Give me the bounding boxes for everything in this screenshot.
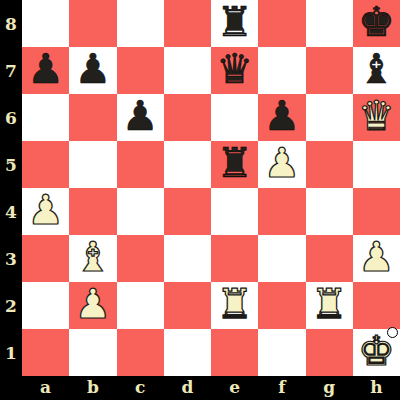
white-rook: ♜ — [311, 284, 348, 325]
square-f1 — [258, 329, 305, 376]
square-g4 — [306, 188, 353, 235]
file-label-e: e — [211, 376, 258, 400]
square-a3 — [22, 235, 69, 282]
square-b3: ♝ — [69, 235, 116, 282]
white-queen: ♛ — [358, 96, 395, 137]
rank-label-5: 5 — [0, 141, 22, 188]
square-a4: ♟ — [22, 188, 69, 235]
square-a2 — [22, 282, 69, 329]
square-e4 — [211, 188, 258, 235]
black-rook: ♜ — [216, 143, 253, 184]
square-e3 — [211, 235, 258, 282]
square-g7 — [306, 47, 353, 94]
square-c4 — [117, 188, 164, 235]
square-h1: ♚ — [353, 329, 400, 376]
file-label-b: b — [69, 376, 116, 400]
square-b7: ♟ — [69, 47, 116, 94]
black-pawn: ♟ — [74, 49, 111, 90]
white-pawn: ♟ — [263, 143, 300, 184]
square-f4 — [258, 188, 305, 235]
square-h7: ♝ — [353, 47, 400, 94]
file-label-g: g — [306, 376, 353, 400]
rank-labels: 87654321 — [0, 0, 22, 376]
square-d2 — [164, 282, 211, 329]
white-pawn: ♟ — [27, 190, 64, 231]
square-e8: ♜ — [211, 0, 258, 47]
square-f8 — [258, 0, 305, 47]
rank-label-3: 3 — [0, 235, 22, 282]
square-h6: ♛ — [353, 94, 400, 141]
square-b5 — [69, 141, 116, 188]
square-b2: ♟ — [69, 282, 116, 329]
square-c3 — [117, 235, 164, 282]
chess-board-diagram: 87654321 ♜♚♟♟♛♝♟♟♛♜♟♟♝♟♟♜♜♚ abcdefgh — [0, 0, 400, 400]
square-b8 — [69, 0, 116, 47]
square-g6 — [306, 94, 353, 141]
square-a1 — [22, 329, 69, 376]
square-f2 — [258, 282, 305, 329]
file-label-c: c — [117, 376, 164, 400]
square-c1 — [117, 329, 164, 376]
black-pawn: ♟ — [122, 96, 159, 137]
file-labels: abcdefgh — [22, 376, 400, 400]
white-pawn: ♟ — [74, 284, 111, 325]
file-label-d: d — [164, 376, 211, 400]
square-g5 — [306, 141, 353, 188]
black-rook: ♜ — [216, 2, 253, 43]
square-e2: ♜ — [211, 282, 258, 329]
square-d5 — [164, 141, 211, 188]
black-pawn: ♟ — [263, 96, 300, 137]
white-bishop: ♝ — [74, 237, 111, 278]
square-d4 — [164, 188, 211, 235]
chess-board: ♜♚♟♟♛♝♟♟♛♜♟♟♝♟♟♜♜♚ — [22, 0, 400, 376]
square-c2 — [117, 282, 164, 329]
square-g2: ♜ — [306, 282, 353, 329]
white-pawn: ♟ — [358, 237, 395, 278]
square-e5: ♜ — [211, 141, 258, 188]
file-label-f: f — [258, 376, 305, 400]
square-b6 — [69, 94, 116, 141]
square-h5 — [353, 141, 400, 188]
rank-label-7: 7 — [0, 47, 22, 94]
rank-label-6: 6 — [0, 94, 22, 141]
square-d7 — [164, 47, 211, 94]
file-label-a: a — [22, 376, 69, 400]
black-king: ♚ — [358, 2, 395, 43]
square-a8 — [22, 0, 69, 47]
rank-label-8: 8 — [0, 0, 22, 47]
square-c6: ♟ — [117, 94, 164, 141]
square-e1 — [211, 329, 258, 376]
square-h8: ♚ — [353, 0, 400, 47]
square-e6 — [211, 94, 258, 141]
rank-label-4: 4 — [0, 188, 22, 235]
square-a7: ♟ — [22, 47, 69, 94]
square-g1 — [306, 329, 353, 376]
square-b4 — [69, 188, 116, 235]
square-c8 — [117, 0, 164, 47]
side-to-move-indicator — [387, 327, 398, 338]
square-d3 — [164, 235, 211, 282]
square-b1 — [69, 329, 116, 376]
square-d8 — [164, 0, 211, 47]
rank-label-1: 1 — [0, 329, 22, 376]
square-f7 — [258, 47, 305, 94]
square-d1 — [164, 329, 211, 376]
square-f3 — [258, 235, 305, 282]
black-queen: ♛ — [216, 49, 253, 90]
square-c5 — [117, 141, 164, 188]
rank-label-2: 2 — [0, 282, 22, 329]
square-c7 — [117, 47, 164, 94]
square-a6 — [22, 94, 69, 141]
square-a5 — [22, 141, 69, 188]
square-f6: ♟ — [258, 94, 305, 141]
square-f5: ♟ — [258, 141, 305, 188]
frame-corner — [0, 376, 22, 400]
square-h2 — [353, 282, 400, 329]
square-g8 — [306, 0, 353, 47]
square-h3: ♟ — [353, 235, 400, 282]
square-g3 — [306, 235, 353, 282]
white-rook: ♜ — [216, 284, 253, 325]
square-h4 — [353, 188, 400, 235]
square-d6 — [164, 94, 211, 141]
square-e7: ♛ — [211, 47, 258, 94]
file-label-h: h — [353, 376, 400, 400]
black-pawn: ♟ — [27, 49, 64, 90]
black-bishop: ♝ — [358, 49, 395, 90]
